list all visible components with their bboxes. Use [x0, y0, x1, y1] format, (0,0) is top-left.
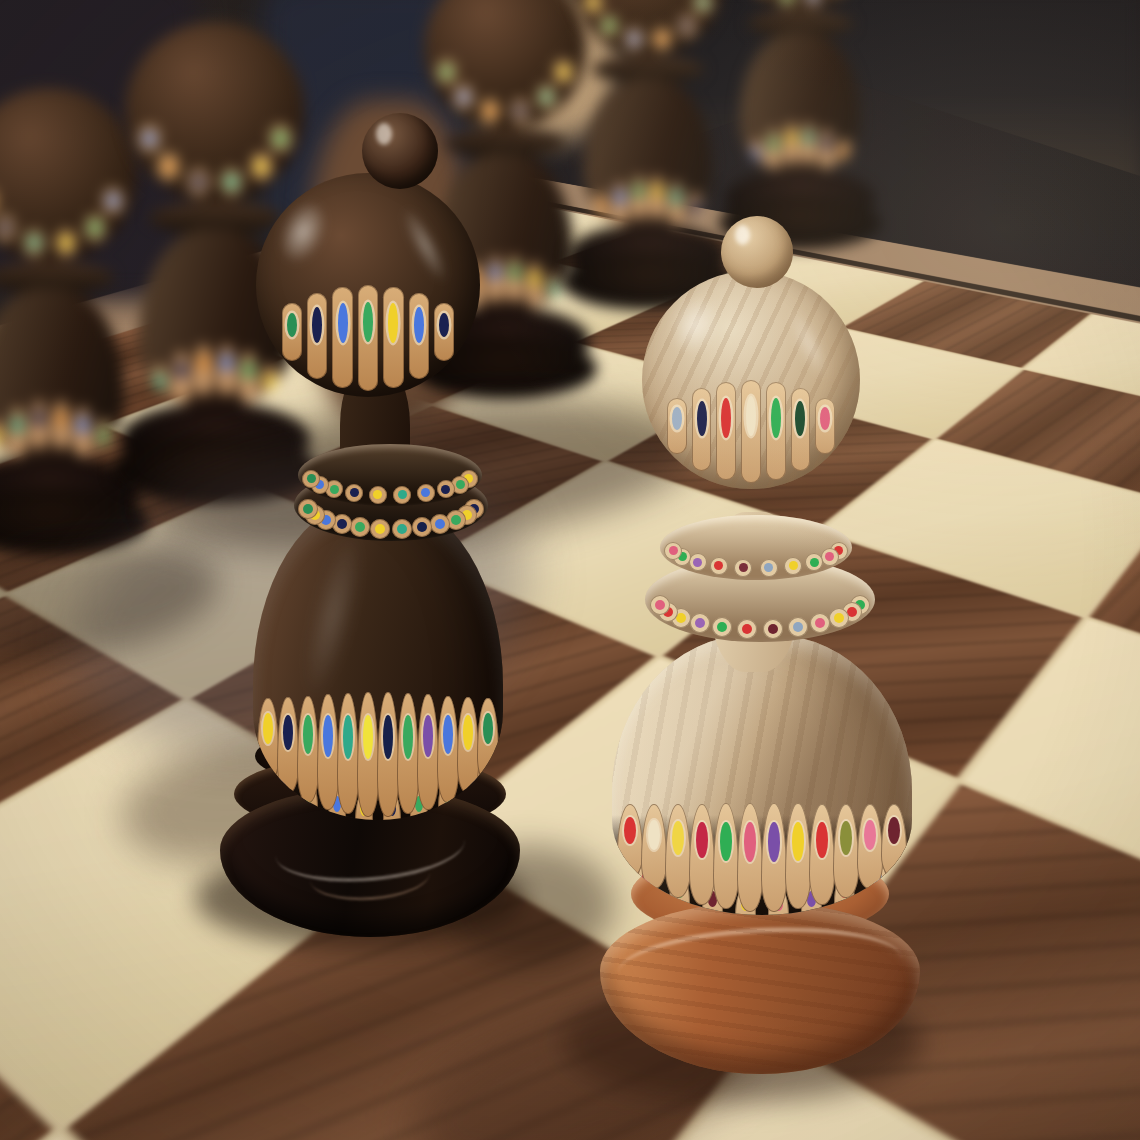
- pencil-tip-core: [263, 713, 273, 744]
- pencil-dot: [763, 619, 783, 639]
- pencil-inlay: [282, 303, 302, 361]
- pencil-dot-core: [825, 552, 834, 561]
- pencil-inlay: [791, 388, 811, 471]
- pencil-tip-core: [696, 822, 708, 858]
- pencil-dot-core: [337, 519, 347, 529]
- pencil-tip-core: [483, 713, 493, 744]
- pencil-core: [795, 401, 805, 436]
- head-sphere: [642, 271, 860, 489]
- pencil-tip-core: [888, 817, 900, 844]
- pencil-tip-core: [323, 715, 333, 757]
- pencil-tip-core: [363, 715, 373, 760]
- pencil-dot-core: [303, 504, 313, 514]
- pencil-core: [338, 303, 348, 343]
- pencil-tip-core: [283, 715, 293, 750]
- pencil-dot: [350, 517, 370, 537]
- dark-pawn-piece: [200, 105, 530, 950]
- pencil-dot: [370, 519, 390, 539]
- pencil-core: [363, 302, 373, 342]
- pencil-dot-core: [350, 488, 359, 497]
- pencil-dot-core: [398, 490, 407, 499]
- pencil-dot-core: [793, 622, 803, 632]
- pencil-tip: [357, 692, 378, 816]
- pencil-tip-core: [816, 822, 828, 858]
- pencil-dot-core: [764, 563, 773, 572]
- pencil-dot-core: [417, 522, 427, 532]
- base-grain: [600, 902, 920, 1074]
- pencil-tip: [337, 693, 358, 814]
- pencil-inlay: [434, 303, 454, 361]
- pencil-tip-core: [343, 715, 353, 759]
- pencil-dot-core: [397, 524, 407, 534]
- scene-photo: [0, 0, 1140, 1140]
- pencil-tip-core: [423, 715, 433, 757]
- pencil-inlay: [409, 293, 429, 379]
- finial-ball: [721, 216, 793, 288]
- pencil-tip: [417, 694, 438, 810]
- pencil-tip: [377, 692, 398, 816]
- pencil-tip-core: [403, 715, 413, 759]
- pencil-dot-core: [815, 618, 825, 628]
- base-drum: [600, 902, 920, 1074]
- pencil-dot: [734, 559, 752, 577]
- finial-gloss: [735, 225, 750, 245]
- pencil-core: [414, 307, 424, 343]
- pencil-dot-core: [717, 622, 727, 632]
- pencil-inlay: [692, 388, 712, 471]
- pencil-dot: [690, 613, 710, 633]
- pencil-dot-core: [742, 624, 752, 634]
- head-gloss-right: [396, 203, 455, 287]
- pencil-dot: [784, 557, 802, 575]
- pencil-dot: [712, 617, 732, 637]
- pencil-dot: [430, 514, 450, 534]
- pencil-core: [439, 313, 449, 337]
- pencil-dot-core: [441, 485, 450, 494]
- pencil-dot-core: [435, 519, 445, 529]
- pencil-tip-core: [303, 715, 313, 754]
- pencil-dot: [710, 557, 728, 575]
- pencil-dot: [821, 548, 839, 566]
- pencil-tip-core: [792, 822, 804, 860]
- pencil-dot: [788, 617, 808, 637]
- pencil-tip-core: [443, 715, 453, 754]
- pencil-dot-core: [373, 490, 382, 499]
- pencil-tip-core: [648, 820, 660, 851]
- pencil-tip: [437, 696, 458, 803]
- pencil-dot-core: [669, 546, 678, 555]
- pencil-inlay: [383, 287, 403, 388]
- pencil-dot: [737, 619, 757, 639]
- body-bell: [612, 635, 912, 915]
- pencil-dot: [345, 484, 363, 502]
- pencil-inlay: [307, 293, 327, 379]
- pencil-core: [820, 407, 830, 430]
- pencil-dot-core: [834, 613, 844, 623]
- pencil-dot-core: [421, 488, 430, 497]
- pencil-core: [312, 307, 322, 343]
- pencil-dot-core: [355, 522, 365, 532]
- pencil-inlay: [741, 380, 761, 483]
- pencil-core: [721, 398, 731, 438]
- pencil-dot: [650, 595, 670, 615]
- pencil-tip: [297, 696, 318, 803]
- pencil-tip-core: [720, 822, 732, 860]
- pencil-dot: [412, 517, 432, 537]
- pencil-inlay: [815, 398, 835, 454]
- pencil-core: [746, 396, 756, 436]
- pencil-dot: [760, 559, 778, 577]
- pencil-dot-core: [330, 485, 339, 494]
- pencil-inlay: [766, 382, 786, 480]
- pencil-dot: [810, 613, 830, 633]
- pencil-dot-core: [655, 600, 665, 610]
- finial-gloss: [376, 123, 392, 145]
- pencil-dot-core: [307, 474, 316, 483]
- pencil-dot: [805, 553, 823, 571]
- light-pawn-piece: [595, 212, 930, 1092]
- pencil-dot: [417, 484, 435, 502]
- pencil-core: [672, 407, 682, 430]
- pencil-core: [287, 313, 297, 337]
- pencil-inlay: [716, 382, 736, 480]
- pencil-inlay: [667, 398, 687, 454]
- pencil-tip-core: [624, 817, 636, 844]
- pencil-dot-core: [375, 524, 385, 534]
- pencil-dot-core: [695, 618, 705, 628]
- pencil-inlay: [358, 285, 378, 391]
- pencil-dot: [437, 480, 455, 498]
- pencil-tip-core: [672, 821, 684, 855]
- pencil-dot-core: [676, 613, 686, 623]
- head-sphere: [256, 173, 480, 397]
- pencil-core: [771, 398, 781, 438]
- pencil-dot-core: [739, 563, 748, 572]
- collar-ring-upper: [660, 515, 852, 580]
- pencil-tip-core: [463, 715, 473, 750]
- pencil-dot: [393, 486, 411, 504]
- pencil-dot-core: [714, 561, 723, 570]
- pencil-dot: [689, 553, 707, 571]
- pencil-tip-core: [744, 822, 756, 861]
- pencil-tip: [277, 697, 298, 794]
- body-sheen: [293, 528, 373, 703]
- pencil-dot-core: [456, 480, 465, 489]
- pencil-dot: [829, 608, 849, 628]
- pencil-dot: [369, 486, 387, 504]
- pencil-core: [388, 303, 398, 343]
- pencil-dot-core: [789, 561, 798, 570]
- pencil-dot: [392, 519, 412, 539]
- pencil-dot-core: [768, 624, 778, 634]
- pencil-dot-core: [847, 607, 857, 617]
- pencil-tip: [397, 693, 418, 814]
- pencil-inlay: [332, 287, 352, 388]
- pencil-tip-core: [768, 822, 780, 861]
- finial-ball: [362, 113, 438, 189]
- pencil-tip-core: [383, 715, 393, 760]
- pencil-dot-core: [693, 558, 702, 567]
- head-gloss-left: [270, 193, 335, 270]
- pencil-tip-core: [864, 820, 876, 851]
- pencil-dot-core: [810, 558, 819, 567]
- body-bell: [253, 500, 503, 820]
- background-shadow-patch-left: [0, 0, 200, 300]
- pencil-tip: [317, 694, 338, 810]
- pencil-core: [697, 401, 707, 436]
- pencil-tip-core: [840, 821, 852, 855]
- pencil-dot-core: [451, 515, 461, 525]
- collar-ring-upper: [298, 444, 482, 506]
